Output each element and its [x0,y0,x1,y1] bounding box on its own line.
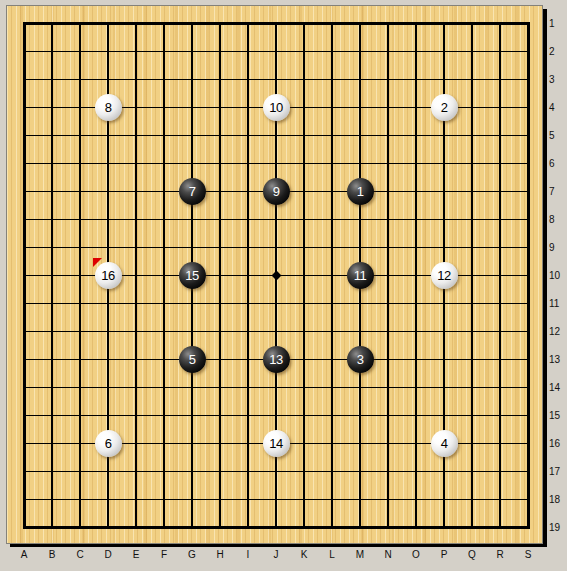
stone-8-D4[interactable]: 8 [95,94,122,121]
row-label-1: 1 [549,10,567,38]
stone-9-J7[interactable]: 9 [263,178,290,205]
column-label-Q: Q [458,549,486,561]
column-label-M: M [346,549,374,561]
row-label-9: 9 [549,234,567,262]
column-label-J: J [262,549,290,561]
stone-4-P16[interactable]: 4 [431,430,458,457]
column-label-E: E [122,549,150,561]
row-label-7: 7 [549,178,567,206]
stone-16-D10[interactable]: 16 [95,262,122,289]
stone-5-G13[interactable]: 5 [179,346,206,373]
stone-15-G10[interactable]: 15 [179,262,206,289]
stone-12-P10[interactable]: 12 [431,262,458,289]
stone-13-J13[interactable]: 13 [263,346,290,373]
column-label-K: K [290,549,318,561]
stone-11-M10[interactable]: 11 [347,262,374,289]
column-labels: ABCDEFGHIJKLMNOPQRS [10,549,542,561]
row-label-17: 17 [549,458,567,486]
column-label-I: I [234,549,262,561]
row-labels: 12345678910111213141516171819 [549,10,567,542]
stone-14-J16[interactable]: 14 [263,430,290,457]
column-label-C: C [66,549,94,561]
tengen-star-point[interactable] [271,271,281,281]
row-label-5: 5 [549,122,567,150]
stone-1-M7[interactable]: 1 [347,178,374,205]
column-label-H: H [206,549,234,561]
row-label-4: 4 [549,94,567,122]
last-move-marker-icon [93,258,102,267]
stone-3-M13[interactable]: 3 [347,346,374,373]
row-label-19: 19 [549,514,567,542]
column-label-G: G [178,549,206,561]
column-label-N: N [374,549,402,561]
column-label-B: B [38,549,66,561]
row-label-12: 12 [549,318,567,346]
row-label-13: 13 [549,346,567,374]
column-label-D: D [94,549,122,561]
row-label-3: 3 [549,66,567,94]
stones-layer: 12345678910111213141516 [10,10,542,542]
row-label-14: 14 [549,374,567,402]
row-label-15: 15 [549,402,567,430]
column-label-F: F [150,549,178,561]
column-label-A: A [10,549,38,561]
stone-2-P4[interactable]: 2 [431,94,458,121]
column-label-L: L [318,549,346,561]
column-label-S: S [514,549,542,561]
column-label-O: O [402,549,430,561]
stone-6-D16[interactable]: 6 [95,430,122,457]
column-label-P: P [430,549,458,561]
row-label-6: 6 [549,150,567,178]
row-label-11: 11 [549,290,567,318]
row-label-18: 18 [549,486,567,514]
stone-10-J4[interactable]: 10 [263,94,290,121]
stone-7-G7[interactable]: 7 [179,178,206,205]
row-label-2: 2 [549,38,567,66]
go-app-window: 12345678910111213141516 ABCDEFGHIJKLMNOP… [0,0,567,571]
column-label-R: R [486,549,514,561]
row-label-16: 16 [549,430,567,458]
row-label-10: 10 [549,262,567,290]
row-label-8: 8 [549,206,567,234]
